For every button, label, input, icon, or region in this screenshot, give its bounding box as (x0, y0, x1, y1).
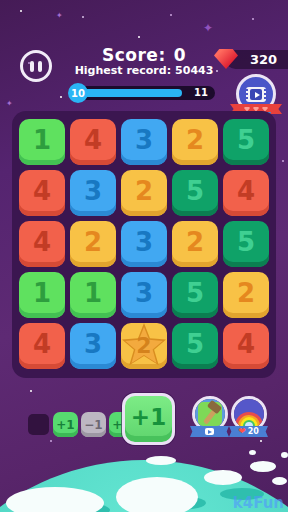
tile-number: 2 (84, 227, 102, 257)
heart-icon: ❤ (238, 427, 246, 436)
cloud (250, 461, 276, 472)
tile-r5c2-value-3[interactable]: 3 (70, 323, 116, 369)
tile-r1c3-value-3[interactable]: 3 (121, 119, 167, 165)
level-progress-bar: 10 11 (70, 86, 215, 100)
play-icon (255, 92, 260, 98)
tile-r5c5-value-4[interactable]: 4 (223, 323, 269, 369)
tile-r5c3-value-2[interactable]: 2 (121, 323, 167, 369)
tile-r4c3-value-3[interactable]: 3 (121, 272, 167, 318)
next-level-label: 11 (194, 87, 208, 98)
score-label: Score: (102, 45, 166, 65)
tile-number: 5 (186, 329, 204, 359)
cloud (6, 487, 104, 512)
minus-one-small-button[interactable]: −1 (81, 412, 106, 437)
tile-r2c3-value-2[interactable]: 2 (121, 170, 167, 216)
tile-number: 3 (135, 227, 153, 257)
cloud (272, 477, 287, 485)
tile-number: 3 (135, 278, 153, 308)
tile-number: 2 (237, 278, 255, 308)
booster-count: 20 (248, 427, 259, 436)
game-board: 1432543254423251135243254 (12, 111, 276, 378)
tile-number: 5 (237, 125, 255, 155)
tile-r1c4-value-2[interactable]: 2 (172, 119, 218, 165)
rainbow-booster-button[interactable]: ❤ 20 (229, 396, 268, 448)
record-value: 50443 (175, 64, 213, 77)
tile-r3c1-value-4[interactable]: 4 (19, 221, 65, 267)
tile-r1c2-value-4[interactable]: 4 (70, 119, 116, 165)
cloud (146, 456, 176, 465)
tile-number: 2 (186, 125, 204, 155)
tile-number: 4 (33, 227, 51, 257)
tile-r1c5-value-5[interactable]: 5 (223, 119, 269, 165)
tile-number: 4 (237, 329, 255, 359)
tile-number: 3 (135, 125, 153, 155)
tile-r1c1-value-1[interactable]: 1 (19, 119, 65, 165)
tile-r3c3-value-3[interactable]: 3 (121, 221, 167, 267)
video-play-icon (205, 428, 214, 435)
tile-number: 1 (33, 125, 51, 155)
game-screen: ✦ ✦ ✦ Score:0 Highest record:50443 320 1… (0, 0, 288, 512)
tile-r4c1-value-1[interactable]: 1 (19, 272, 65, 318)
plus-one-small-button[interactable]: +1 (53, 412, 78, 437)
sparkle-star-icon: ✦ (203, 22, 213, 34)
tile-number: 4 (237, 176, 255, 206)
tile-number: 2 (136, 333, 151, 358)
board-grid: 1432543254423251135243254 (19, 119, 269, 369)
tile-r2c4-value-5[interactable]: 5 (172, 170, 218, 216)
tile-number: 3 (84, 329, 102, 359)
tile-r2c5-value-4[interactable]: 4 (223, 170, 269, 216)
tile-r2c1-value-4[interactable]: 4 (19, 170, 65, 216)
tile-r4c5-value-2[interactable]: 2 (223, 272, 269, 318)
hammer-booster-button[interactable] (190, 396, 229, 448)
tile-r3c2-value-2[interactable]: 2 (70, 221, 116, 267)
tile-number: 3 (84, 176, 102, 206)
record-label: Highest record: (75, 64, 171, 77)
tile-number: 1 (84, 278, 102, 308)
tile-number: 5 (237, 227, 255, 257)
progress-fill (72, 89, 182, 97)
sparkle-star-icon: ✦ (6, 100, 13, 108)
tile-r3c4-value-2[interactable]: 2 (172, 221, 218, 267)
score-value: 0 (174, 45, 186, 65)
cloud (204, 470, 242, 485)
current-level-badge: 10 (68, 83, 88, 103)
sparkle-star-icon: ✦ (56, 12, 63, 20)
tile-number: 1 (33, 278, 51, 308)
watch-ad-ribbon (190, 426, 229, 437)
star-field-decoration (20, 10, 22, 12)
tile-r4c4-value-5[interactable]: 5 (172, 272, 218, 318)
gem-count: 320 (250, 52, 277, 67)
tile-r3c5-value-5[interactable]: 5 (223, 221, 269, 267)
tile-number: 2 (186, 227, 204, 257)
tile-number: 5 (186, 176, 204, 206)
tile-r5c4-value-5[interactable]: 5 (172, 323, 218, 369)
tile-r4c2-value-1[interactable]: 1 (70, 272, 116, 318)
tile-number: 4 (33, 329, 51, 359)
watermark: k4Fun (233, 494, 284, 512)
plus-one-big-button[interactable]: +1 (122, 393, 175, 445)
tile-number: 2 (135, 176, 153, 206)
cloud (116, 477, 198, 512)
tile-r2c2-value-3[interactable]: 3 (70, 170, 116, 216)
cloud (249, 450, 256, 455)
tile-number: 4 (84, 125, 102, 155)
tile-number: 5 (186, 278, 204, 308)
tile-r5c1-value-4[interactable]: 4 (19, 323, 65, 369)
tile-number: 4 (33, 176, 51, 206)
booster-cost-ribbon: ❤ 20 (229, 426, 268, 437)
cloud (281, 452, 288, 458)
empty-slot (28, 414, 49, 435)
film-icon (246, 87, 266, 102)
